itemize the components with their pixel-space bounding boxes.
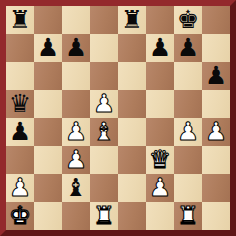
- square-e7[interactable]: [118, 34, 146, 62]
- white-pawn[interactable]: ♟: [90, 90, 118, 118]
- square-d8[interactable]: [90, 6, 118, 34]
- white-bishop[interactable]: ♝: [90, 118, 118, 146]
- black-rook[interactable]: ♜: [6, 6, 34, 34]
- black-pawn[interactable]: ♟: [6, 118, 34, 146]
- white-pawn[interactable]: ♟: [202, 118, 230, 146]
- black-bishop[interactable]: ♝: [62, 174, 90, 202]
- square-d6[interactable]: [90, 62, 118, 90]
- square-b6[interactable]: [34, 62, 62, 90]
- square-g3[interactable]: [174, 146, 202, 174]
- square-g5[interactable]: [174, 90, 202, 118]
- black-pawn[interactable]: ♟: [146, 34, 174, 62]
- square-g4[interactable]: ♟: [174, 118, 202, 146]
- black-pawn[interactable]: ♟: [174, 34, 202, 62]
- white-queen[interactable]: ♛: [146, 146, 174, 174]
- square-b7[interactable]: ♟: [34, 34, 62, 62]
- square-h7[interactable]: [202, 34, 230, 62]
- square-h2[interactable]: [202, 174, 230, 202]
- square-c6[interactable]: [62, 62, 90, 90]
- square-h6[interactable]: ♟: [202, 62, 230, 90]
- square-f7[interactable]: ♟: [146, 34, 174, 62]
- black-pawn[interactable]: ♟: [62, 34, 90, 62]
- white-pawn[interactable]: ♟: [62, 146, 90, 174]
- square-c2[interactable]: ♝: [62, 174, 90, 202]
- white-pawn[interactable]: ♟: [6, 174, 34, 202]
- white-pawn[interactable]: ♟: [146, 174, 174, 202]
- square-e4[interactable]: [118, 118, 146, 146]
- square-d7[interactable]: [90, 34, 118, 62]
- chessboard: ♜♜♚♟♟♟♟♟♛♟♟♟♝♟♟♟♛♟♝♟♚♜♜: [6, 6, 230, 230]
- square-a4[interactable]: ♟: [6, 118, 34, 146]
- square-d5[interactable]: ♟: [90, 90, 118, 118]
- square-g1[interactable]: ♜: [174, 202, 202, 230]
- square-g6[interactable]: [174, 62, 202, 90]
- square-d3[interactable]: [90, 146, 118, 174]
- square-d2[interactable]: [90, 174, 118, 202]
- black-queen[interactable]: ♛: [6, 90, 34, 118]
- white-pawn[interactable]: ♟: [62, 118, 90, 146]
- square-c5[interactable]: [62, 90, 90, 118]
- square-c7[interactable]: ♟: [62, 34, 90, 62]
- white-pawn[interactable]: ♟: [174, 118, 202, 146]
- black-king[interactable]: ♚: [174, 6, 202, 34]
- square-a7[interactable]: [6, 34, 34, 62]
- white-rook[interactable]: ♜: [174, 202, 202, 230]
- square-g2[interactable]: [174, 174, 202, 202]
- square-e2[interactable]: [118, 174, 146, 202]
- square-e6[interactable]: [118, 62, 146, 90]
- square-f6[interactable]: [146, 62, 174, 90]
- square-a3[interactable]: [6, 146, 34, 174]
- square-d1[interactable]: ♜: [90, 202, 118, 230]
- square-f2[interactable]: ♟: [146, 174, 174, 202]
- square-g8[interactable]: ♚: [174, 6, 202, 34]
- black-rook[interactable]: ♜: [118, 6, 146, 34]
- black-pawn[interactable]: ♟: [202, 62, 230, 90]
- white-king[interactable]: ♚: [6, 202, 34, 230]
- square-f4[interactable]: [146, 118, 174, 146]
- square-b3[interactable]: [34, 146, 62, 174]
- square-f1[interactable]: [146, 202, 174, 230]
- square-b4[interactable]: [34, 118, 62, 146]
- white-rook[interactable]: ♜: [90, 202, 118, 230]
- square-h1[interactable]: [202, 202, 230, 230]
- square-a8[interactable]: ♜: [6, 6, 34, 34]
- chessboard-frame: ♜♜♚♟♟♟♟♟♛♟♟♟♝♟♟♟♛♟♝♟♚♜♜: [0, 0, 236, 236]
- square-c3[interactable]: ♟: [62, 146, 90, 174]
- black-pawn[interactable]: ♟: [34, 34, 62, 62]
- square-b8[interactable]: [34, 6, 62, 34]
- square-f3[interactable]: ♛: [146, 146, 174, 174]
- square-c1[interactable]: [62, 202, 90, 230]
- square-a5[interactable]: ♛: [6, 90, 34, 118]
- square-a1[interactable]: ♚: [6, 202, 34, 230]
- square-a6[interactable]: [6, 62, 34, 90]
- square-a2[interactable]: ♟: [6, 174, 34, 202]
- square-h8[interactable]: [202, 6, 230, 34]
- square-c8[interactable]: [62, 6, 90, 34]
- square-e3[interactable]: [118, 146, 146, 174]
- square-e8[interactable]: ♜: [118, 6, 146, 34]
- square-h5[interactable]: [202, 90, 230, 118]
- square-b5[interactable]: [34, 90, 62, 118]
- square-e1[interactable]: [118, 202, 146, 230]
- square-d4[interactable]: ♝: [90, 118, 118, 146]
- square-f8[interactable]: [146, 6, 174, 34]
- square-b2[interactable]: [34, 174, 62, 202]
- square-b1[interactable]: [34, 202, 62, 230]
- square-c4[interactable]: ♟: [62, 118, 90, 146]
- square-g7[interactable]: ♟: [174, 34, 202, 62]
- square-e5[interactable]: [118, 90, 146, 118]
- square-h3[interactable]: [202, 146, 230, 174]
- square-h4[interactable]: ♟: [202, 118, 230, 146]
- square-f5[interactable]: [146, 90, 174, 118]
